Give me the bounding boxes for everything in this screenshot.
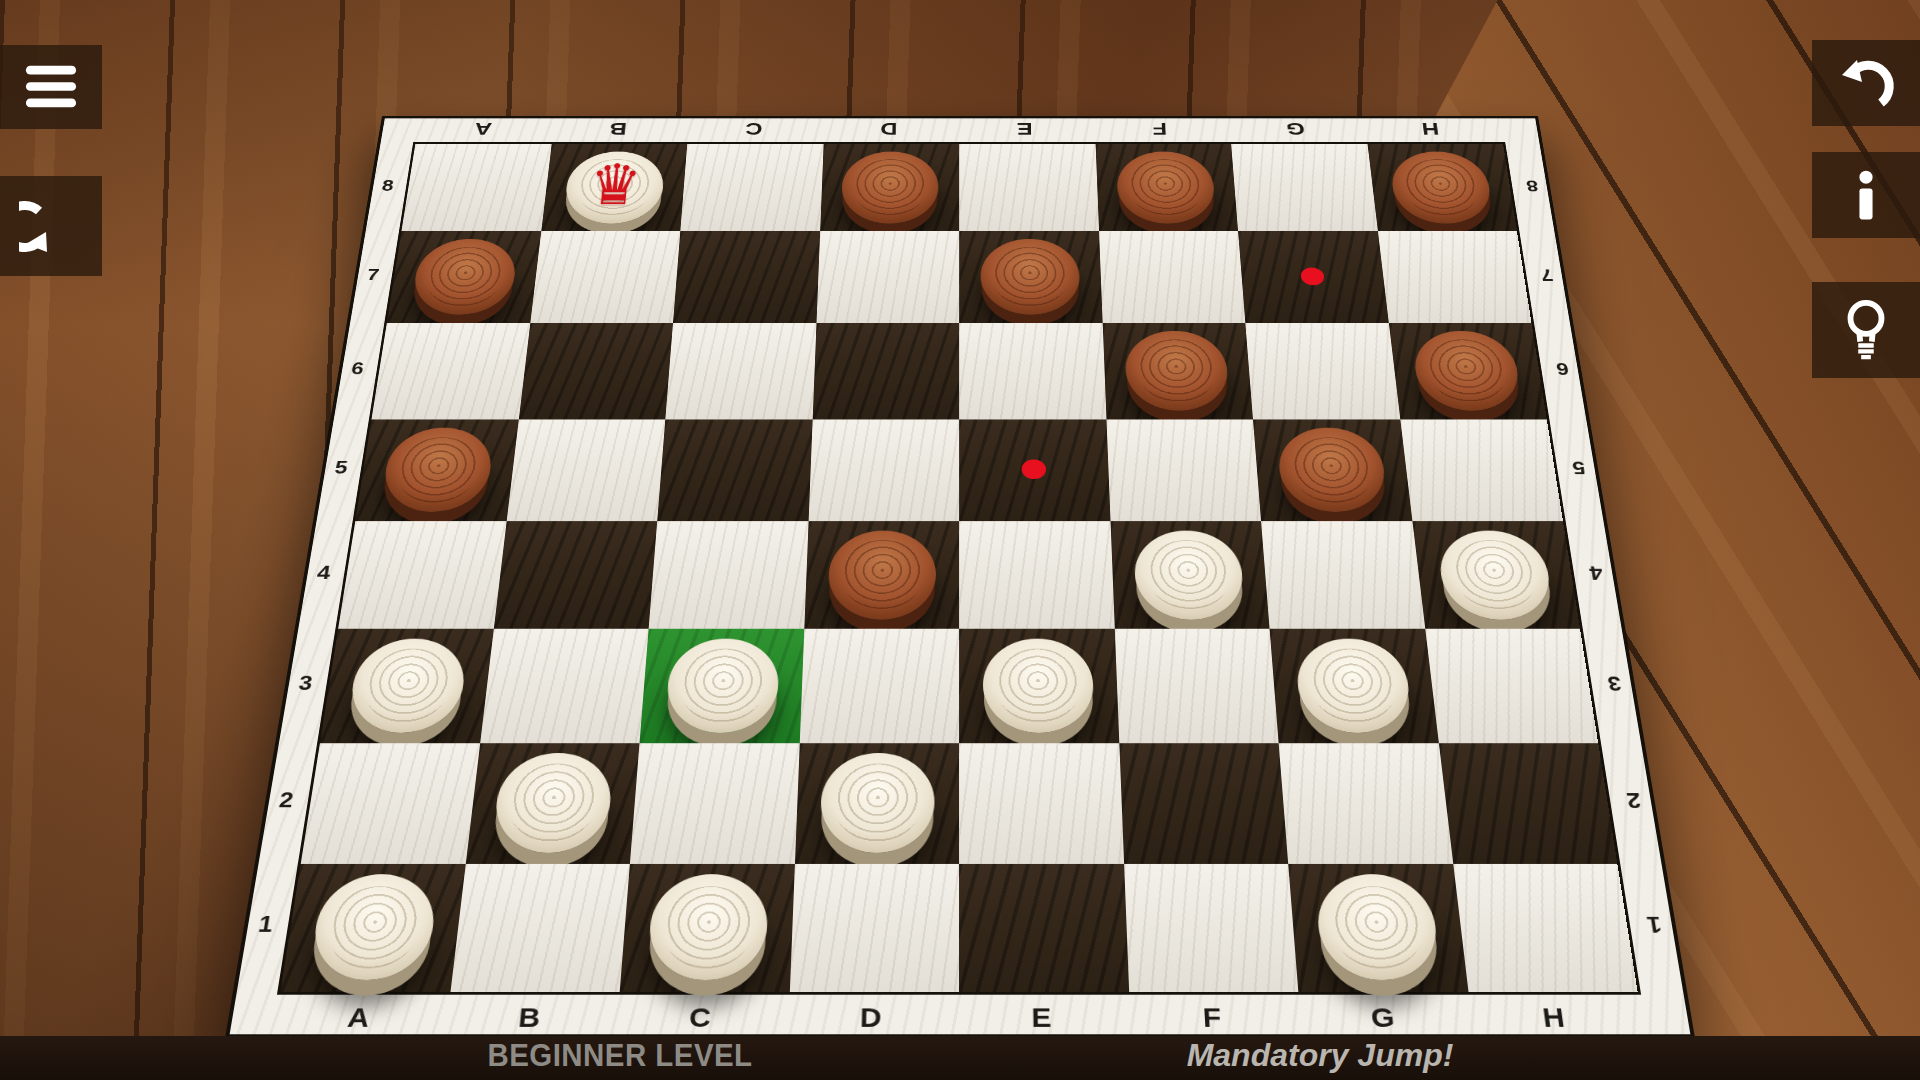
square-C5[interactable] [657,419,812,521]
undo-button[interactable] [1812,40,1920,126]
square-E2[interactable] [959,743,1124,864]
square-C1[interactable] [620,864,795,992]
square-H4[interactable] [1412,521,1580,629]
square-H1[interactable] [1453,864,1638,992]
square-F2[interactable] [1119,743,1288,864]
white-piece[interactable] [1294,639,1414,733]
status-bar: BEGINNER LEVEL Mandatory Jump! [0,1036,1920,1080]
white-piece[interactable] [646,875,769,981]
file-label-top-E: E [1016,119,1032,139]
square-G2[interactable] [1279,743,1453,864]
square-H6[interactable] [1388,323,1546,420]
square-B1[interactable] [450,864,630,992]
square-H5[interactable] [1400,419,1563,521]
square-D5[interactable] [808,419,959,521]
file-label-top-D: D [880,119,898,139]
white-piece[interactable] [820,753,935,853]
file-label-bottom-D: D [860,1002,882,1033]
square-E6[interactable] [959,323,1106,420]
square-D1[interactable] [789,864,959,992]
square-G6[interactable] [1245,323,1400,420]
square-A6[interactable] [371,323,529,420]
square-F3[interactable] [1114,629,1278,743]
file-label-bottom-B: B [517,1002,542,1033]
info-button[interactable] [1812,152,1920,238]
square-F8[interactable] [1095,144,1238,231]
red-piece[interactable] [980,239,1080,315]
file-label-bottom-C: C [688,1002,711,1033]
white-piece[interactable] [1314,875,1441,981]
square-C7[interactable] [673,231,820,323]
white-piece[interactable] [308,875,440,981]
hint-lightbulb-icon [1835,297,1897,363]
square-G1[interactable] [1288,864,1468,992]
square-F6[interactable] [1102,323,1253,420]
square-F1[interactable] [1124,864,1299,992]
king-crown-icon: ♛ [586,157,643,213]
file-label-top-H: H [1421,119,1441,139]
square-A2[interactable] [301,743,480,864]
file-label-top-C: C [745,119,763,139]
square-B3[interactable] [480,629,649,743]
square-A1[interactable] [280,864,465,992]
info-icon [1836,165,1896,225]
square-G8[interactable] [1231,144,1377,231]
square-E1[interactable] [959,864,1129,992]
move-target-dot[interactable] [1300,267,1325,285]
square-D3[interactable] [799,629,959,743]
white-piece[interactable] [664,639,780,733]
square-D6[interactable] [812,323,959,420]
white-piece[interactable] [1133,530,1245,619]
red-piece[interactable] [410,239,519,315]
square-C8[interactable] [680,144,823,231]
file-label-top-G: G [1285,119,1305,139]
square-G5[interactable] [1253,419,1412,521]
white-king-piece[interactable]: ♛ [563,151,667,223]
file-label-bottom-E: E [1031,1002,1052,1033]
square-B2[interactable] [465,743,639,864]
move-target-dot[interactable] [1021,460,1046,480]
square-D2[interactable] [794,743,959,864]
square-C6[interactable] [665,323,816,420]
red-piece[interactable] [1411,331,1524,411]
square-H2[interactable] [1438,743,1617,864]
square-C3[interactable] [640,629,804,743]
white-piece[interactable] [346,639,469,733]
square-E7[interactable] [959,231,1102,323]
square-F5[interactable] [1106,419,1261,521]
square-D4[interactable] [804,521,959,629]
level-label: BEGINNER LEVEL [440,1038,801,1074]
red-piece[interactable] [841,151,939,223]
square-D7[interactable] [816,231,959,323]
red-piece[interactable] [1116,151,1217,223]
menu-button[interactable] [0,45,102,129]
red-piece[interactable] [1124,331,1230,411]
file-label-top-A: A [473,119,493,139]
square-F7[interactable] [1099,231,1246,323]
file-label-bottom-G: G [1370,1002,1396,1033]
square-E8[interactable] [959,144,1098,231]
square-H3[interactable] [1425,629,1598,743]
checkers-board: ♛ AABBCCDDEEFFGGHH8877665544332211 [225,116,1695,1038]
white-piece[interactable] [982,639,1094,733]
square-F4[interactable] [1110,521,1269,629]
square-C4[interactable] [649,521,809,629]
restart-icon [19,194,83,258]
square-G4[interactable] [1261,521,1425,629]
square-G7[interactable] [1238,231,1388,323]
square-B6[interactable] [518,323,673,420]
hint-button[interactable] [1812,282,1920,378]
square-A4[interactable] [338,521,506,629]
red-piece[interactable] [1276,428,1389,512]
red-piece[interactable] [1388,151,1494,223]
app-screen: ♛ AABBCCDDEEFFGGHH8877665544332211 BEGIN… [0,0,1920,1080]
undo-icon [1834,51,1898,115]
square-B8[interactable]: ♛ [541,144,687,231]
square-D8[interactable] [820,144,959,231]
file-label-top-F: F [1152,119,1168,139]
file-label-bottom-H: H [1541,1002,1567,1033]
white-piece[interactable] [491,753,614,853]
square-A8[interactable] [401,144,551,231]
square-G3[interactable] [1270,629,1439,743]
square-E4[interactable] [959,521,1114,629]
board-grid: ♛ [277,142,1641,995]
square-H7[interactable] [1377,231,1531,323]
file-label-bottom-A: A [346,1002,372,1033]
mandatory-jump-message: Mandatory Jump! [1120,1037,1520,1074]
square-B4[interactable] [493,521,657,629]
square-C2[interactable] [630,743,799,864]
file-label-bottom-F: F [1202,1002,1222,1033]
restart-button[interactable] [0,176,102,276]
red-piece[interactable] [379,428,495,512]
square-A3[interactable] [320,629,493,743]
square-E5[interactable] [959,419,1110,521]
square-E3[interactable] [959,629,1119,743]
square-A5[interactable] [355,419,518,521]
white-piece[interactable] [1436,530,1555,619]
file-label-top-B: B [609,119,628,139]
hamburger-menu-icon [20,60,82,114]
square-H8[interactable] [1367,144,1517,231]
square-A7[interactable] [387,231,541,323]
square-B5[interactable] [506,419,665,521]
square-B7[interactable] [530,231,680,323]
red-piece[interactable] [827,530,936,619]
